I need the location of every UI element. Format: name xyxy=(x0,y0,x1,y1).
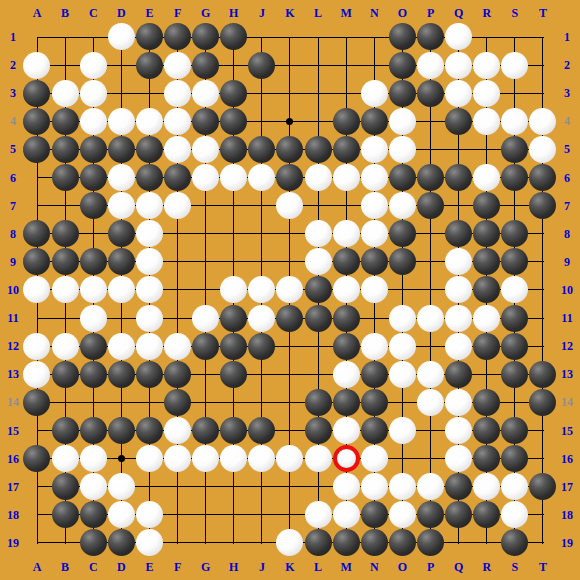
intersection-D12[interactable] xyxy=(107,332,135,360)
intersection-M18[interactable] xyxy=(332,501,360,529)
intersection-J6[interactable] xyxy=(248,163,276,191)
intersection-L2[interactable] xyxy=(304,51,332,79)
intersection-G13[interactable] xyxy=(192,360,220,388)
intersection-M17[interactable] xyxy=(332,473,360,501)
intersection-E18[interactable] xyxy=(135,501,163,529)
intersection-G7[interactable] xyxy=(192,192,220,220)
intersection-E1[interactable] xyxy=(135,23,163,51)
intersection-C7[interactable] xyxy=(79,192,107,220)
intersection-N5[interactable] xyxy=(360,135,388,163)
intersection-P17[interactable] xyxy=(416,473,444,501)
intersection-O12[interactable] xyxy=(388,332,416,360)
intersection-M4[interactable] xyxy=(332,107,360,135)
intersection-L1[interactable] xyxy=(304,23,332,51)
intersection-L13[interactable] xyxy=(304,360,332,388)
intersection-D11[interactable] xyxy=(107,304,135,332)
intersection-R4[interactable] xyxy=(473,107,501,135)
intersection-N15[interactable] xyxy=(360,416,388,444)
intersection-G5[interactable] xyxy=(192,135,220,163)
intersection-L9[interactable] xyxy=(304,248,332,276)
intersection-R19[interactable] xyxy=(473,529,501,557)
intersection-Q12[interactable] xyxy=(445,332,473,360)
intersection-A6[interactable] xyxy=(23,163,51,191)
intersection-N11[interactable] xyxy=(360,304,388,332)
intersection-S11[interactable] xyxy=(501,304,529,332)
intersection-R15[interactable] xyxy=(473,416,501,444)
intersection-C10[interactable] xyxy=(79,276,107,304)
intersection-J5[interactable] xyxy=(248,135,276,163)
intersection-E4[interactable] xyxy=(135,107,163,135)
intersection-B3[interactable] xyxy=(51,79,79,107)
intersection-R3[interactable] xyxy=(473,79,501,107)
intersection-G6[interactable] xyxy=(192,163,220,191)
intersection-A14[interactable] xyxy=(23,388,51,416)
intersection-J10[interactable] xyxy=(248,276,276,304)
intersection-E17[interactable] xyxy=(135,473,163,501)
intersection-S14[interactable] xyxy=(501,388,529,416)
intersection-P19[interactable] xyxy=(416,529,444,557)
intersection-F18[interactable] xyxy=(163,501,191,529)
intersection-B10[interactable] xyxy=(51,276,79,304)
intersection-G14[interactable] xyxy=(192,388,220,416)
intersection-P13[interactable] xyxy=(416,360,444,388)
intersection-D2[interactable] xyxy=(107,51,135,79)
intersection-K7[interactable] xyxy=(276,192,304,220)
intersection-J12[interactable] xyxy=(248,332,276,360)
intersection-C3[interactable] xyxy=(79,79,107,107)
intersection-A17[interactable] xyxy=(23,473,51,501)
intersection-S17[interactable] xyxy=(501,473,529,501)
intersection-F11[interactable] xyxy=(163,304,191,332)
intersection-S2[interactable] xyxy=(501,51,529,79)
intersection-C14[interactable] xyxy=(79,388,107,416)
intersection-H12[interactable] xyxy=(220,332,248,360)
intersection-A5[interactable] xyxy=(23,135,51,163)
intersection-G18[interactable] xyxy=(192,501,220,529)
intersection-Q17[interactable] xyxy=(445,473,473,501)
intersection-D15[interactable] xyxy=(107,416,135,444)
intersection-P1[interactable] xyxy=(416,23,444,51)
intersection-P3[interactable] xyxy=(416,79,444,107)
intersection-B7[interactable] xyxy=(51,192,79,220)
intersection-F12[interactable] xyxy=(163,332,191,360)
intersection-D3[interactable] xyxy=(107,79,135,107)
intersection-K12[interactable] xyxy=(276,332,304,360)
intersection-O17[interactable] xyxy=(388,473,416,501)
intersection-N12[interactable] xyxy=(360,332,388,360)
intersection-C9[interactable] xyxy=(79,248,107,276)
intersection-P11[interactable] xyxy=(416,304,444,332)
intersection-R8[interactable] xyxy=(473,220,501,248)
intersection-J7[interactable] xyxy=(248,192,276,220)
intersection-B12[interactable] xyxy=(51,332,79,360)
intersection-N16[interactable] xyxy=(360,445,388,473)
intersection-N8[interactable] xyxy=(360,220,388,248)
intersection-R1[interactable] xyxy=(473,23,501,51)
intersection-Q9[interactable] xyxy=(445,248,473,276)
intersection-E7[interactable] xyxy=(135,192,163,220)
intersection-D8[interactable] xyxy=(107,220,135,248)
intersection-L15[interactable] xyxy=(304,416,332,444)
intersection-H16[interactable] xyxy=(220,445,248,473)
intersection-L7[interactable] xyxy=(304,192,332,220)
intersection-O2[interactable] xyxy=(388,51,416,79)
intersection-Q11[interactable] xyxy=(445,304,473,332)
intersection-O14[interactable] xyxy=(388,388,416,416)
intersection-G3[interactable] xyxy=(192,79,220,107)
intersection-M8[interactable] xyxy=(332,220,360,248)
intersection-H14[interactable] xyxy=(220,388,248,416)
intersection-F17[interactable] xyxy=(163,473,191,501)
intersection-C2[interactable] xyxy=(79,51,107,79)
intersection-Q6[interactable] xyxy=(445,163,473,191)
intersection-E10[interactable] xyxy=(135,276,163,304)
intersection-N18[interactable] xyxy=(360,501,388,529)
intersection-R17[interactable] xyxy=(473,473,501,501)
intersection-H15[interactable] xyxy=(220,416,248,444)
intersection-D9[interactable] xyxy=(107,248,135,276)
intersection-H9[interactable] xyxy=(220,248,248,276)
intersection-G19[interactable] xyxy=(192,529,220,557)
intersection-S12[interactable] xyxy=(501,332,529,360)
intersection-P7[interactable] xyxy=(416,192,444,220)
intersection-N19[interactable] xyxy=(360,529,388,557)
intersection-M10[interactable] xyxy=(332,276,360,304)
intersection-R5[interactable] xyxy=(473,135,501,163)
intersection-M5[interactable] xyxy=(332,135,360,163)
intersection-J14[interactable] xyxy=(248,388,276,416)
intersection-K18[interactable] xyxy=(276,501,304,529)
intersection-D10[interactable] xyxy=(107,276,135,304)
intersection-C11[interactable] xyxy=(79,304,107,332)
intersection-F1[interactable] xyxy=(163,23,191,51)
intersection-B19[interactable] xyxy=(51,529,79,557)
intersection-A2[interactable] xyxy=(23,51,51,79)
intersection-H17[interactable] xyxy=(220,473,248,501)
intersection-B14[interactable] xyxy=(51,388,79,416)
intersection-M2[interactable] xyxy=(332,51,360,79)
intersection-R13[interactable] xyxy=(473,360,501,388)
intersection-G9[interactable] xyxy=(192,248,220,276)
intersection-O5[interactable] xyxy=(388,135,416,163)
intersection-N13[interactable] xyxy=(360,360,388,388)
intersection-K15[interactable] xyxy=(276,416,304,444)
intersection-M3[interactable] xyxy=(332,79,360,107)
intersection-M14[interactable] xyxy=(332,388,360,416)
intersection-Q14[interactable] xyxy=(445,388,473,416)
intersection-D19[interactable] xyxy=(107,529,135,557)
intersection-E6[interactable] xyxy=(135,163,163,191)
intersection-P18[interactable] xyxy=(416,501,444,529)
intersection-B4[interactable] xyxy=(51,107,79,135)
intersection-J19[interactable] xyxy=(248,529,276,557)
intersection-R6[interactable] xyxy=(473,163,501,191)
intersection-N14[interactable] xyxy=(360,388,388,416)
intersection-S7[interactable] xyxy=(501,192,529,220)
intersection-S16[interactable] xyxy=(501,445,529,473)
intersection-C12[interactable] xyxy=(79,332,107,360)
intersection-S1[interactable] xyxy=(501,23,529,51)
intersection-P8[interactable] xyxy=(416,220,444,248)
intersection-O15[interactable] xyxy=(388,416,416,444)
intersection-M12[interactable] xyxy=(332,332,360,360)
intersection-B15[interactable] xyxy=(51,416,79,444)
intersection-K16[interactable] xyxy=(276,445,304,473)
intersection-J11[interactable] xyxy=(248,304,276,332)
intersection-O1[interactable] xyxy=(388,23,416,51)
intersection-P6[interactable] xyxy=(416,163,444,191)
intersection-O11[interactable] xyxy=(388,304,416,332)
intersection-E5[interactable] xyxy=(135,135,163,163)
intersection-O9[interactable] xyxy=(388,248,416,276)
intersection-L17[interactable] xyxy=(304,473,332,501)
intersection-L4[interactable] xyxy=(304,107,332,135)
intersection-R7[interactable] xyxy=(473,192,501,220)
intersection-A8[interactable] xyxy=(23,220,51,248)
intersection-O4[interactable] xyxy=(388,107,416,135)
intersection-E14[interactable] xyxy=(135,388,163,416)
intersection-E9[interactable] xyxy=(135,248,163,276)
intersection-C18[interactable] xyxy=(79,501,107,529)
intersection-S9[interactable] xyxy=(501,248,529,276)
intersection-E3[interactable] xyxy=(135,79,163,107)
intersection-B6[interactable] xyxy=(51,163,79,191)
intersection-S8[interactable] xyxy=(501,220,529,248)
intersection-K11[interactable] xyxy=(276,304,304,332)
intersection-R9[interactable] xyxy=(473,248,501,276)
intersection-C1[interactable] xyxy=(79,23,107,51)
intersection-L12[interactable] xyxy=(304,332,332,360)
intersection-C19[interactable] xyxy=(79,529,107,557)
intersection-Q19[interactable] xyxy=(445,529,473,557)
intersection-Q15[interactable] xyxy=(445,416,473,444)
intersection-O13[interactable] xyxy=(388,360,416,388)
intersection-Q16[interactable] xyxy=(445,445,473,473)
intersection-Q3[interactable] xyxy=(445,79,473,107)
intersection-S5[interactable] xyxy=(501,135,529,163)
intersection-N9[interactable] xyxy=(360,248,388,276)
intersection-K4[interactable] xyxy=(276,107,304,135)
intersection-J18[interactable] xyxy=(248,501,276,529)
intersection-D1[interactable] xyxy=(107,23,135,51)
intersection-E12[interactable] xyxy=(135,332,163,360)
intersection-B8[interactable] xyxy=(51,220,79,248)
intersection-H6[interactable] xyxy=(220,163,248,191)
intersection-A9[interactable] xyxy=(23,248,51,276)
intersection-G15[interactable] xyxy=(192,416,220,444)
intersection-S13[interactable] xyxy=(501,360,529,388)
intersection-B5[interactable] xyxy=(51,135,79,163)
intersection-D6[interactable] xyxy=(107,163,135,191)
intersection-J15[interactable] xyxy=(248,416,276,444)
intersection-B1[interactable] xyxy=(51,23,79,51)
intersection-C15[interactable] xyxy=(79,416,107,444)
intersection-K8[interactable] xyxy=(276,220,304,248)
intersection-G10[interactable] xyxy=(192,276,220,304)
intersection-K6[interactable] xyxy=(276,163,304,191)
intersection-C6[interactable] xyxy=(79,163,107,191)
intersection-L3[interactable] xyxy=(304,79,332,107)
intersection-M13[interactable] xyxy=(332,360,360,388)
intersection-Q7[interactable] xyxy=(445,192,473,220)
intersection-H19[interactable] xyxy=(220,529,248,557)
intersection-Q5[interactable] xyxy=(445,135,473,163)
intersection-E8[interactable] xyxy=(135,220,163,248)
intersection-F7[interactable] xyxy=(163,192,191,220)
intersection-K9[interactable] xyxy=(276,248,304,276)
intersection-H10[interactable] xyxy=(220,276,248,304)
intersection-J16[interactable] xyxy=(248,445,276,473)
intersection-K17[interactable] xyxy=(276,473,304,501)
intersection-S4[interactable] xyxy=(501,107,529,135)
intersection-B11[interactable] xyxy=(51,304,79,332)
intersection-L6[interactable] xyxy=(304,163,332,191)
intersection-G16[interactable] xyxy=(192,445,220,473)
intersection-R16[interactable] xyxy=(473,445,501,473)
intersection-L19[interactable] xyxy=(304,529,332,557)
intersection-N17[interactable] xyxy=(360,473,388,501)
intersection-A3[interactable] xyxy=(23,79,51,107)
intersection-P2[interactable] xyxy=(416,51,444,79)
intersection-L14[interactable] xyxy=(304,388,332,416)
intersection-E19[interactable] xyxy=(135,529,163,557)
intersection-R10[interactable] xyxy=(473,276,501,304)
intersection-Q10[interactable] xyxy=(445,276,473,304)
intersection-A11[interactable] xyxy=(23,304,51,332)
intersection-B18[interactable] xyxy=(51,501,79,529)
intersection-F4[interactable] xyxy=(163,107,191,135)
intersection-F2[interactable] xyxy=(163,51,191,79)
intersection-L18[interactable] xyxy=(304,501,332,529)
intersection-D16[interactable] xyxy=(107,445,135,473)
intersection-M7[interactable] xyxy=(332,192,360,220)
intersection-P9[interactable] xyxy=(416,248,444,276)
intersection-Q8[interactable] xyxy=(445,220,473,248)
intersection-N10[interactable] xyxy=(360,276,388,304)
intersection-G11[interactable] xyxy=(192,304,220,332)
intersection-K2[interactable] xyxy=(276,51,304,79)
intersection-M16[interactable] xyxy=(332,445,360,473)
intersection-A10[interactable] xyxy=(23,276,51,304)
intersection-F8[interactable] xyxy=(163,220,191,248)
intersection-M11[interactable] xyxy=(332,304,360,332)
intersection-M19[interactable] xyxy=(332,529,360,557)
intersection-K14[interactable] xyxy=(276,388,304,416)
intersection-M6[interactable] xyxy=(332,163,360,191)
intersection-L11[interactable] xyxy=(304,304,332,332)
intersection-A13[interactable] xyxy=(23,360,51,388)
intersection-O18[interactable] xyxy=(388,501,416,529)
intersection-G2[interactable] xyxy=(192,51,220,79)
intersection-F10[interactable] xyxy=(163,276,191,304)
intersection-O16[interactable] xyxy=(388,445,416,473)
intersection-S10[interactable] xyxy=(501,276,529,304)
intersection-K19[interactable] xyxy=(276,529,304,557)
intersection-H4[interactable] xyxy=(220,107,248,135)
intersection-C8[interactable] xyxy=(79,220,107,248)
intersection-N7[interactable] xyxy=(360,192,388,220)
intersection-L8[interactable] xyxy=(304,220,332,248)
intersection-N6[interactable] xyxy=(360,163,388,191)
intersection-Q18[interactable] xyxy=(445,501,473,529)
intersection-H7[interactable] xyxy=(220,192,248,220)
intersection-O10[interactable] xyxy=(388,276,416,304)
intersection-C5[interactable] xyxy=(79,135,107,163)
intersection-P14[interactable] xyxy=(416,388,444,416)
intersection-J1[interactable] xyxy=(248,23,276,51)
intersection-F9[interactable] xyxy=(163,248,191,276)
intersection-P16[interactable] xyxy=(416,445,444,473)
intersection-A4[interactable] xyxy=(23,107,51,135)
intersection-J2[interactable] xyxy=(248,51,276,79)
intersection-E15[interactable] xyxy=(135,416,163,444)
intersection-K10[interactable] xyxy=(276,276,304,304)
intersection-D5[interactable] xyxy=(107,135,135,163)
intersection-H1[interactable] xyxy=(220,23,248,51)
intersection-J8[interactable] xyxy=(248,220,276,248)
intersection-L16[interactable] xyxy=(304,445,332,473)
intersection-O19[interactable] xyxy=(388,529,416,557)
intersection-E2[interactable] xyxy=(135,51,163,79)
intersection-J17[interactable] xyxy=(248,473,276,501)
intersection-Q1[interactable] xyxy=(445,23,473,51)
intersection-C13[interactable] xyxy=(79,360,107,388)
intersection-P12[interactable] xyxy=(416,332,444,360)
intersection-N2[interactable] xyxy=(360,51,388,79)
intersection-F16[interactable] xyxy=(163,445,191,473)
intersection-C4[interactable] xyxy=(79,107,107,135)
intersection-A12[interactable] xyxy=(23,332,51,360)
intersection-F19[interactable] xyxy=(163,529,191,557)
intersection-G12[interactable] xyxy=(192,332,220,360)
intersection-A19[interactable] xyxy=(23,529,51,557)
intersection-D17[interactable] xyxy=(107,473,135,501)
intersection-N4[interactable] xyxy=(360,107,388,135)
intersection-B16[interactable] xyxy=(51,445,79,473)
intersection-J4[interactable] xyxy=(248,107,276,135)
intersection-E11[interactable] xyxy=(135,304,163,332)
intersection-S6[interactable] xyxy=(501,163,529,191)
intersection-D13[interactable] xyxy=(107,360,135,388)
intersection-D4[interactable] xyxy=(107,107,135,135)
intersection-P5[interactable] xyxy=(416,135,444,163)
intersection-F14[interactable] xyxy=(163,388,191,416)
intersection-O6[interactable] xyxy=(388,163,416,191)
intersection-H18[interactable] xyxy=(220,501,248,529)
intersection-S3[interactable] xyxy=(501,79,529,107)
intersection-P15[interactable] xyxy=(416,416,444,444)
intersection-S18[interactable] xyxy=(501,501,529,529)
intersection-G1[interactable] xyxy=(192,23,220,51)
intersection-D18[interactable] xyxy=(107,501,135,529)
intersection-F5[interactable] xyxy=(163,135,191,163)
intersection-P10[interactable] xyxy=(416,276,444,304)
intersection-Q4[interactable] xyxy=(445,107,473,135)
intersection-A18[interactable] xyxy=(23,501,51,529)
intersection-R2[interactable] xyxy=(473,51,501,79)
intersection-H8[interactable] xyxy=(220,220,248,248)
intersection-H3[interactable] xyxy=(220,79,248,107)
intersection-A7[interactable] xyxy=(23,192,51,220)
intersection-S19[interactable] xyxy=(501,529,529,557)
intersection-F3[interactable] xyxy=(163,79,191,107)
intersection-J9[interactable] xyxy=(248,248,276,276)
intersection-F13[interactable] xyxy=(163,360,191,388)
intersection-G4[interactable] xyxy=(192,107,220,135)
intersection-F15[interactable] xyxy=(163,416,191,444)
intersection-A15[interactable] xyxy=(23,416,51,444)
intersection-R11[interactable] xyxy=(473,304,501,332)
